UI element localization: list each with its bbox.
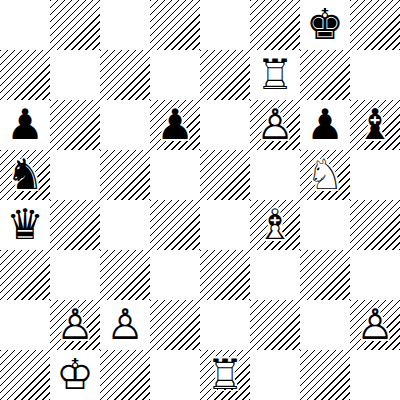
- white-pawn-piece-outline: ♙: [250, 100, 300, 150]
- white-rook-piece: ♜♜♖: [250, 50, 300, 100]
- square-h2[interactable]: ♟♟♙: [350, 300, 400, 350]
- square-e3[interactable]: [200, 250, 250, 300]
- black-queen-piece: ♛♛: [0, 200, 50, 250]
- square-b2[interactable]: ♟♟♙: [50, 300, 100, 350]
- black-knight-piece: ♞♞: [0, 150, 50, 200]
- square-e8[interactable]: [200, 0, 250, 50]
- black-pawn-piece: ♟♟: [0, 100, 50, 150]
- square-h6[interactable]: ♝♝: [350, 100, 400, 150]
- black-king-piece: ♚♚: [300, 0, 350, 50]
- square-b7[interactable]: [50, 50, 100, 100]
- black-knight-piece-fill: ♞: [0, 150, 50, 200]
- square-f8[interactable]: [250, 0, 300, 50]
- square-c4[interactable]: [100, 200, 150, 250]
- black-bishop-piece: ♝♝: [350, 100, 400, 150]
- white-rook-piece-outline: ♖: [200, 350, 250, 400]
- square-d4[interactable]: [150, 200, 200, 250]
- square-g6[interactable]: ♟♟: [300, 100, 350, 150]
- square-b4[interactable]: [50, 200, 100, 250]
- square-h3[interactable]: [350, 250, 400, 300]
- square-h5[interactable]: [350, 150, 400, 200]
- chess-board: ♚♚♜♜♖♟♟♟♟♟♟♙♟♟♝♝♞♞♞♞♘♛♛♝♝♗♟♟♙♟♟♙♟♟♙♚♚♔♜♜…: [0, 0, 400, 400]
- square-g2[interactable]: [300, 300, 350, 350]
- square-c3[interactable]: [100, 250, 150, 300]
- square-f2[interactable]: [250, 300, 300, 350]
- white-bishop-piece-outline: ♗: [250, 200, 300, 250]
- square-c1[interactable]: [100, 350, 150, 400]
- square-g8[interactable]: ♚♚: [300, 0, 350, 50]
- black-pawn-piece-fill: ♟: [300, 100, 350, 150]
- square-a6[interactable]: ♟♟: [0, 100, 50, 150]
- square-e1[interactable]: ♜♜♖: [200, 350, 250, 400]
- square-b5[interactable]: [50, 150, 100, 200]
- square-g4[interactable]: [300, 200, 350, 250]
- white-pawn-piece: ♟♟♙: [100, 300, 150, 350]
- square-d2[interactable]: [150, 300, 200, 350]
- white-pawn-piece-outline: ♙: [350, 300, 400, 350]
- square-f5[interactable]: [250, 150, 300, 200]
- white-knight-piece: ♞♞♘: [300, 150, 350, 200]
- white-bishop-piece: ♝♝♗: [250, 200, 300, 250]
- square-h7[interactable]: [350, 50, 400, 100]
- square-g5[interactable]: ♞♞♘: [300, 150, 350, 200]
- black-pawn-piece-fill: ♟: [0, 100, 50, 150]
- black-pawn-piece: ♟♟: [300, 100, 350, 150]
- square-c2[interactable]: ♟♟♙: [100, 300, 150, 350]
- white-rook-piece-outline: ♖: [250, 50, 300, 100]
- square-c5[interactable]: [100, 150, 150, 200]
- square-d6[interactable]: ♟♟: [150, 100, 200, 150]
- square-h8[interactable]: [350, 0, 400, 50]
- square-f1[interactable]: [250, 350, 300, 400]
- black-pawn-piece: ♟♟: [150, 100, 200, 150]
- black-pawn-piece-fill: ♟: [150, 100, 200, 150]
- square-f7[interactable]: ♜♜♖: [250, 50, 300, 100]
- square-d3[interactable]: [150, 250, 200, 300]
- square-a8[interactable]: [0, 0, 50, 50]
- square-f4[interactable]: ♝♝♗: [250, 200, 300, 250]
- square-g1[interactable]: [300, 350, 350, 400]
- square-a5[interactable]: ♞♞: [0, 150, 50, 200]
- black-king-piece-fill: ♚: [300, 0, 350, 50]
- square-b8[interactable]: [50, 0, 100, 50]
- square-b6[interactable]: [50, 100, 100, 150]
- black-bishop-piece-fill: ♝: [350, 100, 400, 150]
- square-b3[interactable]: [50, 250, 100, 300]
- square-h1[interactable]: [350, 350, 400, 400]
- square-c6[interactable]: [100, 100, 150, 150]
- white-pawn-piece-outline: ♙: [50, 300, 100, 350]
- white-pawn-piece: ♟♟♙: [250, 100, 300, 150]
- square-a2[interactable]: [0, 300, 50, 350]
- white-king-piece: ♚♚♔: [50, 350, 100, 400]
- square-a7[interactable]: [0, 50, 50, 100]
- square-f3[interactable]: [250, 250, 300, 300]
- black-queen-piece-fill: ♛: [0, 200, 50, 250]
- square-f6[interactable]: ♟♟♙: [250, 100, 300, 150]
- square-e6[interactable]: [200, 100, 250, 150]
- white-pawn-piece-outline: ♙: [100, 300, 150, 350]
- white-pawn-piece: ♟♟♙: [50, 300, 100, 350]
- square-d1[interactable]: [150, 350, 200, 400]
- square-a4[interactable]: ♛♛: [0, 200, 50, 250]
- square-e7[interactable]: [200, 50, 250, 100]
- square-b1[interactable]: ♚♚♔: [50, 350, 100, 400]
- white-rook-piece: ♜♜♖: [200, 350, 250, 400]
- square-a1[interactable]: [0, 350, 50, 400]
- square-e2[interactable]: [200, 300, 250, 350]
- square-c8[interactable]: [100, 0, 150, 50]
- square-h4[interactable]: [350, 200, 400, 250]
- square-a3[interactable]: [0, 250, 50, 300]
- square-c7[interactable]: [100, 50, 150, 100]
- square-g7[interactable]: [300, 50, 350, 100]
- square-d5[interactable]: [150, 150, 200, 200]
- white-king-piece-outline: ♔: [50, 350, 100, 400]
- square-g3[interactable]: [300, 250, 350, 300]
- square-e4[interactable]: [200, 200, 250, 250]
- square-d7[interactable]: [150, 50, 200, 100]
- square-d8[interactable]: [150, 0, 200, 50]
- white-knight-piece-outline: ♘: [300, 150, 350, 200]
- square-e5[interactable]: [200, 150, 250, 200]
- white-pawn-piece: ♟♟♙: [350, 300, 400, 350]
